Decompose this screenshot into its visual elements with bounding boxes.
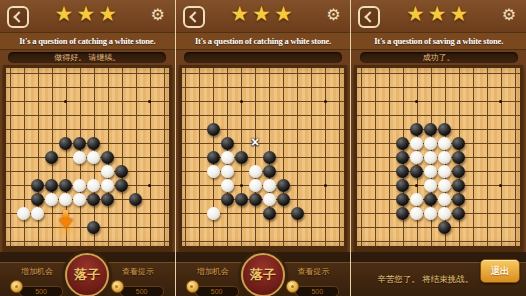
black-stone (396, 193, 409, 206)
status-message (184, 52, 342, 63)
white-stone (45, 193, 58, 206)
black-stone (277, 179, 290, 192)
black-stone (396, 207, 409, 220)
black-stone (59, 179, 72, 192)
white-stone (438, 137, 451, 150)
star-point (148, 184, 151, 187)
black-stone (396, 137, 409, 150)
coin-icon (186, 280, 199, 293)
black-stone (452, 137, 465, 150)
white-stone (73, 151, 86, 164)
add-chances-cost: 500 (19, 286, 63, 296)
star-icon: ★ (428, 2, 450, 25)
black-stone (396, 179, 409, 192)
exit-button[interactable]: 退出 (480, 259, 520, 283)
white-stone (31, 207, 44, 220)
message-row (176, 50, 351, 65)
white-stone (207, 165, 220, 178)
black-stone (31, 179, 44, 192)
star-point (415, 184, 418, 187)
black-stone (87, 221, 100, 234)
black-stone (115, 179, 128, 192)
white-stone (424, 151, 437, 164)
star-icon: ★ (450, 2, 472, 25)
white-stone (73, 179, 86, 192)
star-point (324, 100, 327, 103)
view-hint-button[interactable]: 查看提示 500 (277, 266, 349, 291)
white-stone (221, 151, 234, 164)
white-stone (424, 165, 437, 178)
white-stone (424, 179, 437, 192)
black-stone (221, 137, 234, 150)
black-stone (452, 207, 465, 220)
black-stone (129, 193, 142, 206)
puzzle-title: It's a question of catching a white ston… (0, 32, 175, 50)
status-message: 做得好。 请继续。 (8, 52, 166, 63)
add-chances-cost: 500 (195, 286, 239, 296)
black-stone (424, 193, 437, 206)
action-bar: 增加机会 500 落子 查看提示 500 (176, 252, 351, 296)
black-stone (207, 151, 220, 164)
add-chances-label: 增加机会 (177, 266, 249, 277)
black-stone (59, 137, 72, 150)
black-stone (101, 151, 114, 164)
white-stone (424, 137, 437, 150)
white-stone (438, 165, 451, 178)
star-icon: ★ (230, 2, 252, 25)
result-message: 辛苦您了。 将结束挑战。 (377, 263, 473, 296)
black-stone (438, 123, 451, 136)
white-stone (249, 165, 262, 178)
coin-icon (111, 280, 124, 293)
white-stone (221, 179, 234, 192)
black-stone (235, 151, 248, 164)
status-message: 成功了。 (360, 52, 518, 63)
puzzle-title: It's a question of saving a white stone. (351, 32, 526, 50)
white-stone (263, 193, 276, 206)
panel-stage-2: ★★★ ⚙ It's a question of catching a whit… (176, 0, 351, 296)
black-stone (410, 123, 423, 136)
message-row: 做得好。 请继续。 (0, 50, 175, 65)
black-stone (207, 123, 220, 136)
black-stone (291, 207, 304, 220)
gear-icon: ⚙ (502, 6, 516, 23)
white-stone (263, 179, 276, 192)
black-stone (263, 165, 276, 178)
black-stone (277, 193, 290, 206)
white-stone (438, 207, 451, 220)
panel-stage-3: ★★★ ⚙ It's a question of saving a white … (351, 0, 526, 296)
star-point (415, 100, 418, 103)
settings-button[interactable]: ⚙ (323, 5, 343, 25)
view-hint-cost: 500 (295, 286, 339, 296)
star-icon: ★ (55, 2, 77, 25)
white-stone (101, 179, 114, 192)
go-board[interactable]: × (179, 65, 348, 252)
star-icon: ★ (98, 2, 120, 25)
black-stone (45, 151, 58, 164)
white-stone (410, 151, 423, 164)
black-stone (73, 137, 86, 150)
white-stone (249, 179, 262, 192)
view-hint-label: 查看提示 (102, 266, 174, 277)
star-point (499, 100, 502, 103)
white-stone (221, 165, 234, 178)
star-icon: ★ (76, 2, 98, 25)
action-band: 辛苦您了。 将结束挑战。 退出 (351, 262, 526, 296)
black-stone (101, 193, 114, 206)
black-stone (452, 193, 465, 206)
star-point (240, 184, 243, 187)
gear-icon: ⚙ (326, 6, 340, 23)
add-chances-button[interactable]: 增加机会 500 (1, 266, 73, 291)
white-stone (424, 207, 437, 220)
white-stone (410, 137, 423, 150)
star-point (240, 100, 243, 103)
black-stone (263, 207, 276, 220)
black-stone (45, 179, 58, 192)
result-bar: 辛苦您了。 将结束挑战。 退出 (351, 252, 526, 296)
star-point (148, 100, 151, 103)
settings-button[interactable]: ⚙ (148, 5, 168, 25)
white-stone (438, 179, 451, 192)
placement-cursor[interactable]: × (248, 136, 262, 150)
black-stone (263, 151, 276, 164)
white-stone (73, 193, 86, 206)
white-stone (410, 193, 423, 206)
black-stone (410, 165, 423, 178)
star-point (64, 100, 67, 103)
black-stone (87, 137, 100, 150)
add-chances-label: 增加机会 (1, 266, 73, 277)
view-hint-label: 查看提示 (277, 266, 349, 277)
white-stone (17, 207, 30, 220)
star-point (499, 184, 502, 187)
settings-button[interactable]: ⚙ (499, 5, 519, 25)
black-stone (452, 179, 465, 192)
black-stone (235, 193, 248, 206)
action-bar: 增加机会 500 落子 查看提示 500 (0, 252, 175, 296)
white-stone (207, 207, 220, 220)
white-stone (101, 165, 114, 178)
view-hint-button[interactable]: 查看提示 500 (102, 266, 174, 291)
star-icon: ★ (406, 2, 428, 25)
message-row: 成功了。 (351, 50, 526, 65)
white-stone (87, 179, 100, 192)
star-icon: ★ (252, 2, 274, 25)
add-chances-button[interactable]: 增加机会 500 (177, 266, 249, 291)
black-stone (115, 165, 128, 178)
black-stone (396, 165, 409, 178)
black-stone (452, 165, 465, 178)
top-bar: ★★★ ⚙ (176, 0, 351, 32)
black-stone (87, 193, 100, 206)
star-icon: ★ (274, 2, 296, 25)
white-stone (59, 193, 72, 206)
view-hint-cost: 500 (120, 286, 164, 296)
white-stone (410, 207, 423, 220)
panel-stage-1: ★★★ ⚙ It's a question of catching a whit… (0, 0, 175, 296)
white-stone (87, 151, 100, 164)
coin-icon (10, 280, 23, 293)
black-stone (396, 151, 409, 164)
hint-arrow-icon (59, 210, 73, 230)
white-stone (438, 193, 451, 206)
black-stone (452, 151, 465, 164)
black-stone (31, 193, 44, 206)
top-bar: ★★★ ⚙ (351, 0, 526, 32)
top-bar: ★★★ ⚙ (0, 0, 175, 32)
go-board[interactable] (354, 65, 523, 252)
black-stone (424, 123, 437, 136)
black-stone (249, 193, 262, 206)
black-stone (221, 193, 234, 206)
gear-icon: ⚙ (150, 6, 164, 23)
white-stone (438, 151, 451, 164)
star-point (324, 184, 327, 187)
app-root: ★★★ ⚙ It's a question of catching a whit… (0, 0, 526, 296)
black-stone (438, 221, 451, 234)
puzzle-title: It's a question of catching a white ston… (176, 32, 351, 50)
go-board[interactable] (3, 65, 172, 252)
